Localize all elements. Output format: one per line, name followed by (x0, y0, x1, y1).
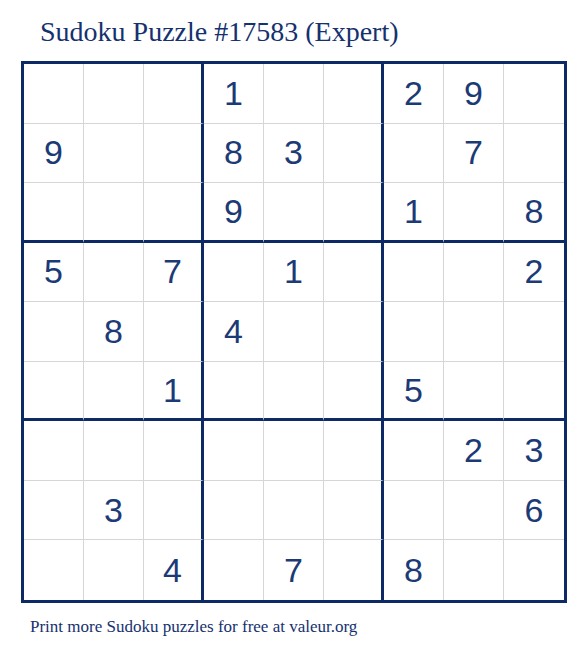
sudoku-cell-empty[interactable] (324, 124, 384, 184)
sudoku-cell-empty[interactable] (84, 540, 144, 600)
page-title: Sudoku Puzzle #17583 (Expert) (40, 17, 399, 48)
sudoku-cell-empty[interactable] (84, 421, 144, 481)
sudoku-cell-empty[interactable] (264, 481, 324, 541)
sudoku-cell-empty[interactable] (144, 302, 204, 362)
sudoku-cell-empty[interactable] (264, 362, 324, 422)
sudoku-cell-empty[interactable] (264, 421, 324, 481)
sudoku-cell-given: 3 (504, 421, 564, 481)
sudoku-cell-given: 8 (384, 540, 444, 600)
sudoku-cell-empty[interactable] (444, 183, 504, 243)
sudoku-cell-empty[interactable] (24, 183, 84, 243)
sudoku-cell-empty[interactable] (324, 243, 384, 303)
sudoku-cell-empty[interactable] (144, 64, 204, 124)
sudoku-cell-empty[interactable] (324, 540, 384, 600)
sudoku-cell-given: 7 (264, 540, 324, 600)
sudoku-board: 1299837918571284152336478 (21, 61, 567, 603)
sudoku-cell-empty[interactable] (444, 540, 504, 600)
sudoku-cell-given: 8 (84, 302, 144, 362)
sudoku-cell-empty[interactable] (144, 124, 204, 184)
sudoku-cell-empty[interactable] (324, 481, 384, 541)
sudoku-cell-empty[interactable] (204, 540, 264, 600)
sudoku-cell-empty[interactable] (264, 302, 324, 362)
sudoku-cell-empty[interactable] (264, 183, 324, 243)
sudoku-cell-empty[interactable] (444, 302, 504, 362)
sudoku-cell-empty[interactable] (324, 362, 384, 422)
sudoku-cell-empty[interactable] (444, 243, 504, 303)
sudoku-cell-given: 5 (384, 362, 444, 422)
sudoku-cell-empty[interactable] (384, 243, 444, 303)
sudoku-cell-given: 8 (504, 183, 564, 243)
sudoku-cell-empty[interactable] (144, 183, 204, 243)
sudoku-cell-given: 9 (204, 183, 264, 243)
sudoku-cell-empty[interactable] (204, 421, 264, 481)
sudoku-cell-given: 2 (384, 64, 444, 124)
sudoku-cell-empty[interactable] (144, 421, 204, 481)
sudoku-cell-empty[interactable] (504, 540, 564, 600)
sudoku-cell-empty[interactable] (24, 362, 84, 422)
sudoku-cell-empty[interactable] (504, 362, 564, 422)
sudoku-cell-empty[interactable] (504, 64, 564, 124)
sudoku-cell-given: 5 (24, 243, 84, 303)
sudoku-cell-empty[interactable] (204, 243, 264, 303)
sudoku-cell-empty[interactable] (84, 124, 144, 184)
sudoku-cell-empty[interactable] (24, 421, 84, 481)
sudoku-cell-given: 1 (384, 183, 444, 243)
sudoku-cell-given: 1 (204, 64, 264, 124)
sudoku-cell-empty[interactable] (204, 481, 264, 541)
sudoku-cell-given: 3 (84, 481, 144, 541)
sudoku-cell-empty[interactable] (324, 183, 384, 243)
sudoku-cell-empty[interactable] (84, 243, 144, 303)
sudoku-cell-given: 3 (264, 124, 324, 184)
sudoku-cell-empty[interactable] (384, 421, 444, 481)
sudoku-cell-given: 1 (264, 243, 324, 303)
sudoku-cell-given: 2 (504, 243, 564, 303)
sudoku-cell-empty[interactable] (24, 481, 84, 541)
sudoku-cell-empty[interactable] (504, 302, 564, 362)
sudoku-cell-given: 7 (444, 124, 504, 184)
sudoku-cell-given: 4 (204, 302, 264, 362)
sudoku-cell-empty[interactable] (204, 362, 264, 422)
sudoku-cell-empty[interactable] (384, 481, 444, 541)
sudoku-cell-empty[interactable] (84, 362, 144, 422)
sudoku-cell-empty[interactable] (24, 64, 84, 124)
sudoku-cell-empty[interactable] (84, 183, 144, 243)
sudoku-cell-given: 4 (144, 540, 204, 600)
sudoku-cell-empty[interactable] (384, 302, 444, 362)
sudoku-cell-given: 2 (444, 421, 504, 481)
sudoku-cell-given: 7 (144, 243, 204, 303)
sudoku-cell-empty[interactable] (264, 64, 324, 124)
sudoku-cell-empty[interactable] (24, 540, 84, 600)
sudoku-cell-given: 8 (204, 124, 264, 184)
sudoku-cell-empty[interactable] (144, 481, 204, 541)
sudoku-cell-given: 6 (504, 481, 564, 541)
sudoku-page: Sudoku Puzzle #17583 (Expert) 1299837918… (0, 0, 580, 651)
sudoku-cell-given: 9 (24, 124, 84, 184)
sudoku-cell-empty[interactable] (84, 64, 144, 124)
sudoku-cell-empty[interactable] (444, 362, 504, 422)
sudoku-cell-empty[interactable] (24, 302, 84, 362)
sudoku-cell-empty[interactable] (504, 124, 564, 184)
sudoku-cell-empty[interactable] (444, 481, 504, 541)
footer-text: Print more Sudoku puzzles for free at va… (30, 617, 357, 637)
sudoku-cell-empty[interactable] (324, 64, 384, 124)
sudoku-cell-empty[interactable] (324, 421, 384, 481)
sudoku-cell-empty[interactable] (324, 302, 384, 362)
sudoku-cell-empty[interactable] (384, 124, 444, 184)
sudoku-cell-given: 1 (144, 362, 204, 422)
sudoku-cell-given: 9 (444, 64, 504, 124)
